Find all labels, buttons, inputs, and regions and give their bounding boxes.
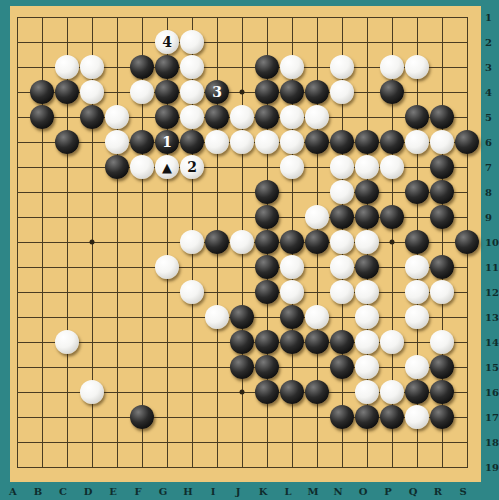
white-stone-O7 [355,155,379,179]
white-stone-D4 [80,80,104,104]
black-stone-K11 [255,255,279,279]
col-label-G: G [159,486,168,497]
col-label-O: O [359,486,368,497]
black-stone-L13 [280,305,304,329]
white-stone-Q11 [405,255,429,279]
white-stone-O16 [355,380,379,404]
white-stone-R12 [430,280,454,304]
white-stone-M5 [305,105,329,129]
star-point-J4 [240,90,245,95]
black-stone-J15 [230,355,254,379]
black-stone-R8 [430,180,454,204]
black-stone-R16 [430,380,454,404]
black-stone-R5 [430,105,454,129]
col-label-L: L [284,486,291,497]
white-stone-H10 [180,230,204,254]
black-stone-R9 [430,205,454,229]
black-stone-O11 [355,255,379,279]
row-label-17: 17 [485,412,499,423]
white-stone-O14 [355,330,379,354]
go-app-window: 431▲2 ABCDEFGHIJKLMNOPQRS 12345678910111… [0,0,499,500]
white-stone-D3 [80,55,104,79]
white-stone-H3 [180,55,204,79]
row-label-5: 5 [485,112,492,123]
white-stone-P7 [380,155,404,179]
black-stone-P6 [380,130,404,154]
black-stone-K15 [255,355,279,379]
black-stone-M14 [305,330,329,354]
white-stone-G2: 4 [155,30,179,54]
black-stone-L16 [280,380,304,404]
row-label-14: 14 [485,337,499,348]
white-stone-O13 [355,305,379,329]
white-stone-L11 [280,255,304,279]
col-label-I: I [211,486,216,497]
triangle-mark: ▲ [162,161,172,174]
white-stone-H7: 2 [180,155,204,179]
white-stone-J6 [230,130,254,154]
white-stone-J5 [230,105,254,129]
black-stone-Q16 [405,380,429,404]
white-stone-M13 [305,305,329,329]
col-label-C: C [59,486,67,497]
col-label-E: E [109,486,117,497]
black-stone-J13 [230,305,254,329]
black-stone-P4 [380,80,404,104]
move-number-3: 3 [212,85,222,99]
white-stone-N12 [330,280,354,304]
black-stone-M6 [305,130,329,154]
black-stone-N17 [330,405,354,429]
row-label-6: 6 [485,137,492,148]
black-stone-Q5 [405,105,429,129]
white-stone-K6 [255,130,279,154]
black-stone-K4 [255,80,279,104]
white-stone-L7 [280,155,304,179]
black-stone-H6 [180,130,204,154]
row-label-3: 3 [485,62,492,73]
black-stone-B5 [30,105,54,129]
star-point-D10 [90,240,95,245]
black-stone-K5 [255,105,279,129]
black-stone-N6 [330,130,354,154]
black-stone-L4 [280,80,304,104]
black-stone-K3 [255,55,279,79]
row-label-10: 10 [485,237,499,248]
black-stone-G3 [155,55,179,79]
white-stone-P16 [380,380,404,404]
white-stone-O15 [355,355,379,379]
black-stone-K10 [255,230,279,254]
white-stone-C3 [55,55,79,79]
white-stone-Q6 [405,130,429,154]
black-stone-S6 [455,130,479,154]
white-stone-L5 [280,105,304,129]
black-stone-Q8 [405,180,429,204]
white-stone-P3 [380,55,404,79]
white-stone-N4 [330,80,354,104]
grid-line-horizontal [17,467,468,468]
col-label-J: J [236,486,241,497]
white-stone-O10 [355,230,379,254]
white-stone-H5 [180,105,204,129]
black-stone-M10 [305,230,329,254]
black-stone-G4 [155,80,179,104]
col-label-K: K [259,486,268,497]
white-stone-L12 [280,280,304,304]
white-stone-L3 [280,55,304,79]
black-stone-O8 [355,180,379,204]
black-stone-N15 [330,355,354,379]
move-number-4: 4 [162,35,172,49]
white-stone-R6 [430,130,454,154]
black-stone-K14 [255,330,279,354]
move-number-2: 2 [187,160,197,174]
row-label-11: 11 [485,262,499,273]
black-stone-R7 [430,155,454,179]
black-stone-O17 [355,405,379,429]
black-stone-M4 [305,80,329,104]
row-label-1: 1 [485,12,492,23]
black-stone-P17 [380,405,404,429]
white-stone-Q13 [405,305,429,329]
black-stone-K8 [255,180,279,204]
black-stone-L14 [280,330,304,354]
white-stone-H4 [180,80,204,104]
col-label-F: F [134,486,141,497]
black-stone-I4: 3 [205,80,229,104]
row-label-15: 15 [485,362,499,373]
white-stone-Q15 [405,355,429,379]
white-stone-O12 [355,280,379,304]
white-stone-I13 [205,305,229,329]
row-label-16: 16 [485,387,499,398]
white-stone-E6 [105,130,129,154]
row-label-18: 18 [485,437,499,448]
black-stone-J14 [230,330,254,354]
black-stone-N14 [330,330,354,354]
row-label-13: 13 [485,312,499,323]
black-stone-O9 [355,205,379,229]
white-stone-I6 [205,130,229,154]
black-stone-R15 [430,355,454,379]
white-stone-Q3 [405,55,429,79]
white-stone-E5 [105,105,129,129]
white-stone-N7 [330,155,354,179]
white-stone-C14 [55,330,79,354]
black-stone-Q10 [405,230,429,254]
black-stone-G5 [155,105,179,129]
col-label-B: B [34,486,42,497]
black-stone-F6 [130,130,154,154]
col-label-M: M [307,486,318,497]
white-stone-J10 [230,230,254,254]
white-stone-N10 [330,230,354,254]
black-stone-M16 [305,380,329,404]
black-stone-C4 [55,80,79,104]
white-stone-N11 [330,255,354,279]
white-stone-L6 [280,130,304,154]
white-stone-N8 [330,180,354,204]
black-stone-R11 [430,255,454,279]
col-label-A: A [9,486,17,497]
black-stone-B4 [30,80,54,104]
white-stone-P14 [380,330,404,354]
black-stone-E7 [105,155,129,179]
white-stone-G7: ▲ [155,155,179,179]
black-stone-I10 [205,230,229,254]
move-number-1: 1 [162,135,172,149]
white-stone-D16 [80,380,104,404]
col-label-S: S [459,486,466,497]
white-stone-R14 [430,330,454,354]
col-label-H: H [183,486,192,497]
black-stone-L10 [280,230,304,254]
white-stone-M9 [305,205,329,229]
star-point-P10 [390,240,395,245]
white-stone-H2 [180,30,204,54]
white-stone-Q12 [405,280,429,304]
white-stone-N3 [330,55,354,79]
white-stone-H12 [180,280,204,304]
black-stone-R17 [430,405,454,429]
col-label-D: D [84,486,93,497]
row-label-19: 19 [485,462,499,473]
star-point-J16 [240,390,245,395]
white-stone-F7 [130,155,154,179]
col-label-P: P [384,486,392,497]
black-stone-K16 [255,380,279,404]
black-stone-K9 [255,205,279,229]
row-label-4: 4 [485,87,492,98]
black-stone-O6 [355,130,379,154]
white-stone-F4 [130,80,154,104]
black-stone-D5 [80,105,104,129]
go-board[interactable]: 431▲2 [10,6,481,482]
white-stone-G11 [155,255,179,279]
black-stone-N9 [330,205,354,229]
black-stone-I5 [205,105,229,129]
row-label-2: 2 [485,37,492,48]
col-label-R: R [434,486,442,497]
grid-line-horizontal [17,292,468,293]
black-stone-S10 [455,230,479,254]
grid-line-horizontal [17,442,468,443]
row-label-9: 9 [485,212,492,223]
col-label-N: N [333,486,342,497]
black-stone-F3 [130,55,154,79]
row-label-12: 12 [485,287,499,298]
black-stone-F17 [130,405,154,429]
row-label-7: 7 [485,162,492,173]
black-stone-C6 [55,130,79,154]
white-stone-Q17 [405,405,429,429]
black-stone-K12 [255,280,279,304]
col-label-Q: Q [409,486,418,497]
black-stone-P9 [380,205,404,229]
row-label-8: 8 [485,187,492,198]
grid-line-horizontal [17,267,468,268]
black-stone-G6: 1 [155,130,179,154]
